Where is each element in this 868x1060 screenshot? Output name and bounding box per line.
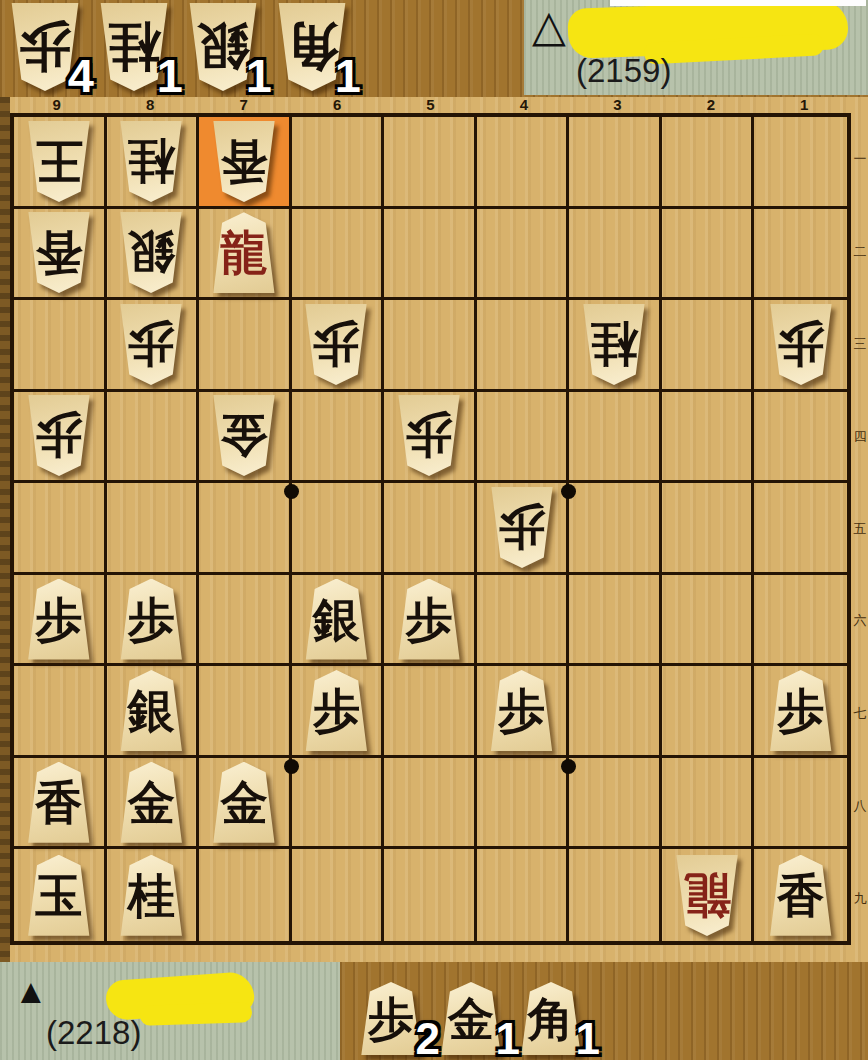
- piece-sente-gold[interactable]: 金: [117, 762, 185, 843]
- square-piece-slot: 歩: [767, 304, 835, 385]
- piece-body: 香: [25, 212, 93, 293]
- piece-kanji: 歩: [777, 687, 824, 734]
- hand-piece-knight[interactable]: 桂1: [97, 3, 171, 91]
- piece-body: 王: [25, 121, 93, 202]
- square-piece-slot: 香: [210, 121, 278, 202]
- shogi-app-screen: 歩4桂1銀1角1 △ (2159) 987654321 一二三四五六七八九 王桂…: [0, 0, 868, 1060]
- piece-kanji: 金: [220, 779, 267, 826]
- piece-gote-pawn[interactable]: 歩: [25, 395, 93, 476]
- piece-kanji: 玉: [35, 872, 82, 919]
- square-28[interactable]: [662, 758, 755, 850]
- square-piece-slot: 歩: [488, 670, 556, 751]
- board-left-edge: [0, 97, 10, 962]
- piece-gote-silver[interactable]: 銀: [117, 212, 185, 293]
- piece-body: 金: [210, 395, 278, 476]
- hand-count: 1: [496, 1017, 520, 1060]
- gote-player-panel: △ (2159): [524, 0, 868, 95]
- piece-kanji: 角: [286, 21, 338, 73]
- piece-sente-lance[interactable]: 香: [25, 762, 93, 843]
- square-64[interactable]: [292, 392, 385, 484]
- square-piece-slot: 歩: [395, 579, 463, 660]
- piece-gote-promoted-rook[interactable]: 龍: [673, 855, 741, 936]
- square-piece-slot: 桂: [580, 304, 648, 385]
- square-16[interactable]: [754, 575, 847, 667]
- piece-body: 龍: [210, 212, 278, 293]
- hand-count: 1: [576, 1017, 600, 1060]
- piece-kanji: 龍: [683, 872, 730, 919]
- piece-gote-lance[interactable]: 香: [210, 121, 278, 202]
- piece-body: 歩: [395, 579, 463, 660]
- piece-gote-knight[interactable]: 桂: [580, 304, 648, 385]
- piece-kanji: 香: [35, 779, 82, 826]
- piece-body: 歩: [25, 395, 93, 476]
- square-84[interactable]: [107, 392, 200, 484]
- square-62[interactable]: [292, 209, 385, 301]
- square-11[interactable]: [754, 117, 847, 209]
- piece-sente-pawn[interactable]: 歩: [395, 579, 463, 660]
- square-42[interactable]: [477, 209, 570, 301]
- square-72[interactable]: 龍: [199, 209, 292, 301]
- rank-label-5: 五: [852, 483, 868, 575]
- piece-kanji: 銀: [128, 687, 175, 734]
- rank-label-2: 二: [852, 205, 868, 297]
- hand-count: 1: [157, 52, 183, 99]
- rank-label-4: 四: [852, 390, 868, 482]
- piece-kanji: 桂: [128, 872, 175, 919]
- square-75[interactable]: [199, 483, 292, 575]
- square-piece-slot: 玉: [25, 855, 93, 936]
- piece-kanji: 歩: [313, 687, 360, 734]
- piece-body: 銀: [117, 212, 185, 293]
- hand-piece-silver[interactable]: 銀1: [186, 3, 260, 91]
- piece-gote-pawn[interactable]: 歩: [302, 304, 370, 385]
- square-piece-slot: 歩: [395, 395, 463, 476]
- piece-sente-pawn[interactable]: 歩: [302, 670, 370, 751]
- piece-body: 歩: [117, 579, 185, 660]
- piece-body: 歩: [302, 670, 370, 751]
- square-25[interactable]: [662, 483, 755, 575]
- rank-label-9: 九: [852, 853, 868, 945]
- piece-sente-promoted-rook[interactable]: 龍: [210, 212, 278, 293]
- hand-piece-bishop[interactable]: 角1: [275, 3, 349, 91]
- piece-kanji: 香: [777, 872, 824, 919]
- piece-body: 桂: [117, 855, 185, 936]
- sente-player-panel: ▲ (2218): [0, 962, 340, 1060]
- square-96[interactable]: 歩: [14, 575, 107, 667]
- square-18[interactable]: [754, 758, 847, 850]
- piece-body: 歩: [488, 670, 556, 751]
- square-35[interactable]: [569, 483, 662, 575]
- square-piece-slot: 歩: [25, 579, 93, 660]
- square-piece-slot: 金: [210, 395, 278, 476]
- square-piece-slot: 龍: [673, 855, 741, 936]
- star-point: [561, 759, 576, 774]
- hand-piece-pawn[interactable]: 歩4: [8, 3, 82, 91]
- square-97[interactable]: [14, 666, 107, 758]
- piece-gote-lance[interactable]: 香: [25, 212, 93, 293]
- square-92[interactable]: 香: [14, 209, 107, 301]
- piece-kanji: 歩: [777, 321, 824, 368]
- piece-kanji: 角: [528, 996, 574, 1042]
- piece-sente-bishop: 角: [518, 982, 584, 1055]
- piece-kanji: 歩: [498, 504, 545, 551]
- hand-piece-bishop[interactable]: 角1: [518, 982, 584, 1055]
- piece-body: 歩: [25, 579, 93, 660]
- piece-kanji: 銀: [197, 21, 249, 73]
- sente-hand: 歩2金1角1: [358, 982, 584, 1055]
- square-piece-slot: 銀: [117, 212, 185, 293]
- square-26[interactable]: [662, 575, 755, 667]
- square-23[interactable]: [662, 300, 755, 392]
- square-67[interactable]: 歩: [292, 666, 385, 758]
- piece-kanji: 歩: [128, 596, 175, 643]
- square-45[interactable]: 歩: [477, 483, 570, 575]
- rank-label-8: 八: [852, 760, 868, 852]
- piece-body: 桂: [580, 304, 648, 385]
- rank-label-1: 一: [852, 113, 868, 205]
- hand-piece-pawn[interactable]: 歩2: [358, 982, 424, 1055]
- piece-kanji: 龍: [220, 229, 267, 276]
- square-43[interactable]: [477, 300, 570, 392]
- piece-kanji: 銀: [128, 229, 175, 276]
- rank-labels: 一二三四五六七八九: [852, 113, 868, 945]
- square-58[interactable]: [384, 758, 477, 850]
- file-label-7: 7: [197, 97, 290, 113]
- piece-body: 銀: [117, 670, 185, 751]
- square-76[interactable]: [199, 575, 292, 667]
- square-piece-slot: 歩: [117, 579, 185, 660]
- gote-hand: 歩4桂1銀1角1: [8, 3, 349, 91]
- square-21[interactable]: [662, 117, 755, 209]
- piece-sente-pawn[interactable]: 歩: [25, 579, 93, 660]
- square-24[interactable]: [662, 392, 755, 484]
- square-71[interactable]: 香: [199, 117, 292, 209]
- square-81[interactable]: 桂: [107, 117, 200, 209]
- piece-sente-pawn[interactable]: 歩: [488, 670, 556, 751]
- piece-body: 角: [518, 982, 584, 1055]
- piece-sente-silver[interactable]: 銀: [117, 670, 185, 751]
- square-53[interactable]: [384, 300, 477, 392]
- square-57[interactable]: [384, 666, 477, 758]
- rank-label-6: 六: [852, 575, 868, 667]
- piece-body: 龍: [673, 855, 741, 936]
- square-86[interactable]: 歩: [107, 575, 200, 667]
- square-piece-slot: 香: [25, 212, 93, 293]
- board-grid: 王桂香香銀龍歩歩桂歩歩金歩歩歩歩銀歩銀歩歩歩香金金玉桂龍香: [10, 113, 851, 945]
- square-12[interactable]: [754, 209, 847, 301]
- gote-rating: (2159): [576, 52, 671, 90]
- piece-sente-pawn[interactable]: 歩: [767, 670, 835, 751]
- piece-body: 歩: [767, 670, 835, 751]
- piece-gote-pawn[interactable]: 歩: [117, 304, 185, 385]
- piece-gote-pawn[interactable]: 歩: [488, 487, 556, 568]
- square-69[interactable]: [292, 849, 385, 941]
- piece-body: 香: [25, 762, 93, 843]
- square-piece-slot: 桂: [117, 121, 185, 202]
- piece-kanji: 桂: [591, 321, 638, 368]
- square-65[interactable]: [292, 483, 385, 575]
- square-73[interactable]: [199, 300, 292, 392]
- rank-label-3: 三: [852, 298, 868, 390]
- hand-piece-gold[interactable]: 金1: [438, 982, 504, 1055]
- square-27[interactable]: [662, 666, 755, 758]
- star-point: [284, 484, 299, 499]
- piece-kanji: 金: [220, 412, 267, 459]
- square-47[interactable]: 歩: [477, 666, 570, 758]
- square-piece-slot: 銀: [302, 579, 370, 660]
- square-38[interactable]: [569, 758, 662, 850]
- piece-gote-knight[interactable]: 桂: [117, 121, 185, 202]
- square-19[interactable]: 香: [754, 849, 847, 941]
- file-label-2: 2: [664, 97, 757, 113]
- piece-kanji: 歩: [405, 596, 452, 643]
- piece-body: 歩: [117, 304, 185, 385]
- piece-kanji: 歩: [313, 321, 360, 368]
- square-46[interactable]: [477, 575, 570, 667]
- file-label-1: 1: [758, 97, 851, 113]
- square-66[interactable]: 銀: [292, 575, 385, 667]
- square-41[interactable]: [477, 117, 570, 209]
- piece-kanji: 歩: [368, 996, 414, 1042]
- square-94[interactable]: 歩: [14, 392, 107, 484]
- square-87[interactable]: 銀: [107, 666, 200, 758]
- piece-gote-gold[interactable]: 金: [210, 395, 278, 476]
- hand-count: 2: [416, 1017, 440, 1060]
- piece-body: 香: [210, 121, 278, 202]
- square-51[interactable]: [384, 117, 477, 209]
- piece-sente-gold[interactable]: 金: [210, 762, 278, 843]
- square-99[interactable]: 玉: [14, 849, 107, 941]
- square-91[interactable]: 王: [14, 117, 107, 209]
- piece-sente-pawn: 歩: [358, 982, 424, 1055]
- file-labels: 987654321: [10, 97, 851, 113]
- piece-body: 歩: [395, 395, 463, 476]
- piece-gote-pawn[interactable]: 歩: [767, 304, 835, 385]
- piece-kanji: 銀: [313, 596, 360, 643]
- piece-kanji: 歩: [498, 687, 545, 734]
- piece-kanji: 歩: [405, 412, 452, 459]
- square-piece-slot: 龍: [210, 212, 278, 293]
- square-63[interactable]: 歩: [292, 300, 385, 392]
- square-48[interactable]: [477, 758, 570, 850]
- square-89[interactable]: 桂: [107, 849, 200, 941]
- square-68[interactable]: [292, 758, 385, 850]
- square-13[interactable]: 歩: [754, 300, 847, 392]
- square-29[interactable]: 龍: [662, 849, 755, 941]
- sente-name-redaction-tail: [140, 1002, 253, 1026]
- piece-body: 銀: [302, 579, 370, 660]
- square-83[interactable]: 歩: [107, 300, 200, 392]
- hand-count: 1: [246, 52, 272, 99]
- piece-body: 歩: [358, 982, 424, 1055]
- file-label-3: 3: [571, 97, 664, 113]
- piece-body: 玉: [25, 855, 93, 936]
- piece-gote-king[interactable]: 王: [25, 121, 93, 202]
- piece-sente-lance[interactable]: 香: [767, 855, 835, 936]
- square-55[interactable]: [384, 483, 477, 575]
- square-32[interactable]: [569, 209, 662, 301]
- square-56[interactable]: 歩: [384, 575, 477, 667]
- square-44[interactable]: [477, 392, 570, 484]
- piece-sente-silver[interactable]: 銀: [302, 579, 370, 660]
- piece-kanji: 歩: [35, 412, 82, 459]
- top-white-strip: [610, 0, 866, 6]
- piece-body: 歩: [767, 304, 835, 385]
- square-78[interactable]: 金: [199, 758, 292, 850]
- piece-kanji: 王: [35, 138, 82, 185]
- square-17[interactable]: 歩: [754, 666, 847, 758]
- piece-kanji: 香: [35, 229, 82, 276]
- square-93[interactable]: [14, 300, 107, 392]
- square-piece-slot: 歩: [302, 670, 370, 751]
- square-piece-slot: 歩: [488, 487, 556, 568]
- square-49[interactable]: [477, 849, 570, 941]
- square-74[interactable]: 金: [199, 392, 292, 484]
- piece-kanji: 香: [220, 138, 267, 185]
- square-98[interactable]: 香: [14, 758, 107, 850]
- square-31[interactable]: [569, 117, 662, 209]
- square-piece-slot: 金: [210, 762, 278, 843]
- square-54[interactable]: 歩: [384, 392, 477, 484]
- piece-sente-pawn[interactable]: 歩: [117, 579, 185, 660]
- piece-sente-gold: 金: [438, 982, 504, 1055]
- piece-kanji: 金: [128, 779, 175, 826]
- square-15[interactable]: [754, 483, 847, 575]
- square-52[interactable]: [384, 209, 477, 301]
- square-95[interactable]: [14, 483, 107, 575]
- square-piece-slot: 歩: [117, 304, 185, 385]
- piece-kanji: 桂: [128, 138, 175, 185]
- piece-body: 歩: [302, 304, 370, 385]
- piece-body: 金: [438, 982, 504, 1055]
- square-piece-slot: 王: [25, 121, 93, 202]
- square-piece-slot: 桂: [117, 855, 185, 936]
- piece-sente-knight[interactable]: 桂: [117, 855, 185, 936]
- square-82[interactable]: 銀: [107, 209, 200, 301]
- square-piece-slot: 銀: [117, 670, 185, 751]
- square-piece-slot: 金: [117, 762, 185, 843]
- square-22[interactable]: [662, 209, 755, 301]
- piece-body: 歩: [488, 487, 556, 568]
- gote-symbol: △: [532, 4, 566, 48]
- square-37[interactable]: [569, 666, 662, 758]
- piece-body: 桂: [117, 121, 185, 202]
- square-piece-slot: 歩: [302, 304, 370, 385]
- square-piece-slot: 歩: [25, 395, 93, 476]
- piece-kanji: 桂: [108, 21, 160, 73]
- piece-kanji: 歩: [19, 21, 71, 73]
- piece-body: 香: [767, 855, 835, 936]
- square-59[interactable]: [384, 849, 477, 941]
- piece-sente-king[interactable]: 玉: [25, 855, 93, 936]
- star-point: [561, 484, 576, 499]
- hand-count: 1: [335, 52, 361, 99]
- piece-body: 金: [117, 762, 185, 843]
- square-36[interactable]: [569, 575, 662, 667]
- square-piece-slot: 歩: [767, 670, 835, 751]
- file-label-5: 5: [384, 97, 477, 113]
- square-33[interactable]: 桂: [569, 300, 662, 392]
- square-piece-slot: 香: [25, 762, 93, 843]
- piece-kanji: 金: [448, 996, 494, 1042]
- sente-symbol: ▲: [14, 974, 48, 1008]
- square-14[interactable]: [754, 392, 847, 484]
- square-88[interactable]: 金: [107, 758, 200, 850]
- square-39[interactable]: [569, 849, 662, 941]
- rank-label-7: 七: [852, 668, 868, 760]
- shogi-board: 987654321 一二三四五六七八九 王桂香香銀龍歩歩桂歩歩金歩歩歩歩銀歩銀歩…: [0, 97, 868, 962]
- sente-rating: (2218): [46, 1014, 141, 1052]
- square-34[interactable]: [569, 392, 662, 484]
- square-79[interactable]: [199, 849, 292, 941]
- square-piece-slot: 香: [767, 855, 835, 936]
- sente-hand-tray: 歩2金1角1: [340, 962, 868, 1060]
- square-85[interactable]: [107, 483, 200, 575]
- star-point: [284, 759, 299, 774]
- hand-count: 4: [68, 52, 94, 99]
- piece-body: 金: [210, 762, 278, 843]
- file-label-4: 4: [477, 97, 570, 113]
- piece-gote-pawn[interactable]: 歩: [395, 395, 463, 476]
- piece-kanji: 歩: [128, 321, 175, 368]
- piece-kanji: 歩: [35, 596, 82, 643]
- square-77[interactable]: [199, 666, 292, 758]
- square-61[interactable]: [292, 117, 385, 209]
